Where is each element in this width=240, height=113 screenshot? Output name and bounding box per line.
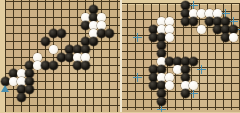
- black-stone: [189, 17, 198, 26]
- black-stone: [81, 61, 90, 70]
- black-stone: [181, 89, 190, 98]
- black-stone: [189, 57, 198, 66]
- triangle-mark-icon: [1, 85, 9, 92]
- go-board-diagram-2: [120, 0, 240, 112]
- white-stone: [49, 45, 58, 54]
- white-stone: [197, 25, 206, 34]
- liberty-cross-icon: [189, 89, 198, 98]
- screenshot-root: { "game": "go", "page_kind": "two go boa…: [0, 0, 240, 112]
- white-stone: [229, 33, 238, 42]
- white-stone: [165, 81, 174, 90]
- black-stone: [49, 61, 58, 70]
- liberty-cross-icon: [197, 65, 206, 74]
- go-diagrams-pair: [0, 0, 240, 112]
- black-stone: [105, 29, 114, 38]
- liberty-cross-icon: [133, 33, 142, 42]
- white-stone: [189, 81, 198, 90]
- black-stone: [57, 29, 66, 38]
- black-stone: [41, 37, 50, 46]
- liberty-cross-icon: [133, 73, 142, 82]
- black-stone: [25, 85, 34, 94]
- black-stone: [89, 37, 98, 46]
- liberty-cross-icon: [157, 105, 166, 113]
- black-stone: [17, 93, 26, 102]
- black-stone: [157, 97, 166, 106]
- white-stone: [165, 33, 174, 42]
- go-board-diagram-1: [0, 0, 120, 112]
